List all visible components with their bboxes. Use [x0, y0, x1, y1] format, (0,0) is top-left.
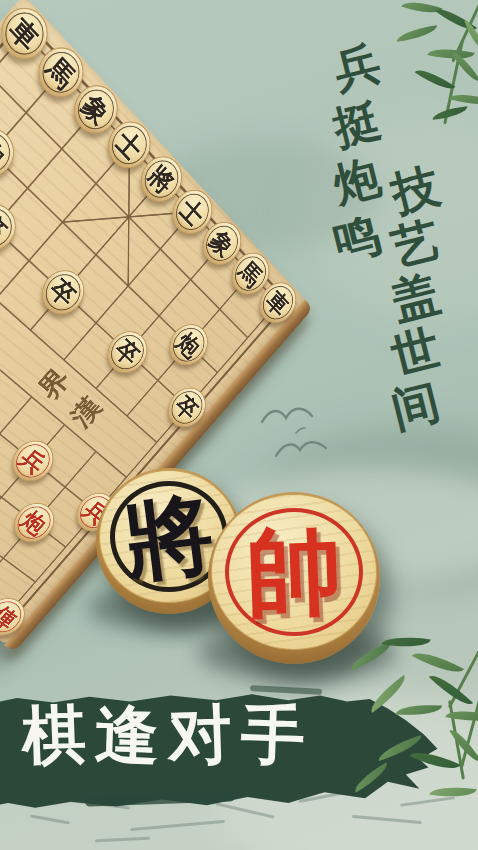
grass-stroke [95, 837, 150, 842]
calligraphy-character: 兵 [329, 39, 385, 95]
calligraphy-character: 间 [387, 377, 444, 434]
calligraphy-character: 盖 [387, 269, 444, 326]
calligraphy-character: 世 [387, 323, 444, 380]
calligraphy-character: 挺 [329, 96, 385, 152]
calligraphy-character: 艺 [387, 215, 444, 272]
grass-stroke [215, 802, 274, 818]
board-piece-炮: 炮 [6, 495, 63, 549]
banner-title: 棋逢对手 [22, 703, 305, 767]
calligraphy-column-2: 技艺盖世间 [392, 166, 439, 429]
calligraphy-character: 炮 [329, 153, 385, 209]
shuai-face: 帥 [211, 494, 377, 650]
shuai-character: 帥 [244, 522, 343, 621]
calligraphy-character: 技 [387, 161, 444, 218]
banner-title-character: 棋 [21, 702, 87, 768]
banner-title-character: 手 [240, 702, 306, 768]
grass-stroke [130, 820, 225, 831]
calligraphy-character: 鸣 [329, 210, 385, 266]
grass-stroke [30, 815, 70, 824]
jiang-character: 將 [120, 487, 218, 585]
banner-title-character: 逢 [94, 702, 160, 768]
board-piece-卒: 卒 [99, 323, 155, 381]
board-piece-兵: 兵 [4, 432, 62, 489]
board-piece-炮: 炮 [0, 118, 23, 187]
board-piece-炮: 炮 [162, 316, 216, 374]
grass-stroke [352, 815, 422, 824]
big-piece-shuai: 帥 [208, 492, 380, 664]
board-piece-卒: 卒 [33, 261, 93, 323]
grass-stroke [400, 796, 455, 806]
splash-screen: 兵挺炮鸣 技艺盖世间 楚河 界漢 車馬象士將士象馬車炮炮卒卒卒卒卒兵兵兵兵兵炮炮… [0, 0, 478, 850]
banner-brush-streak [250, 685, 322, 695]
calligraphy-column-1: 兵挺炮鸣 [334, 44, 380, 261]
flying-birds-icon [256, 396, 342, 472]
board-piece-卒: 卒 [0, 194, 25, 260]
banner-title-character: 对 [167, 702, 233, 768]
